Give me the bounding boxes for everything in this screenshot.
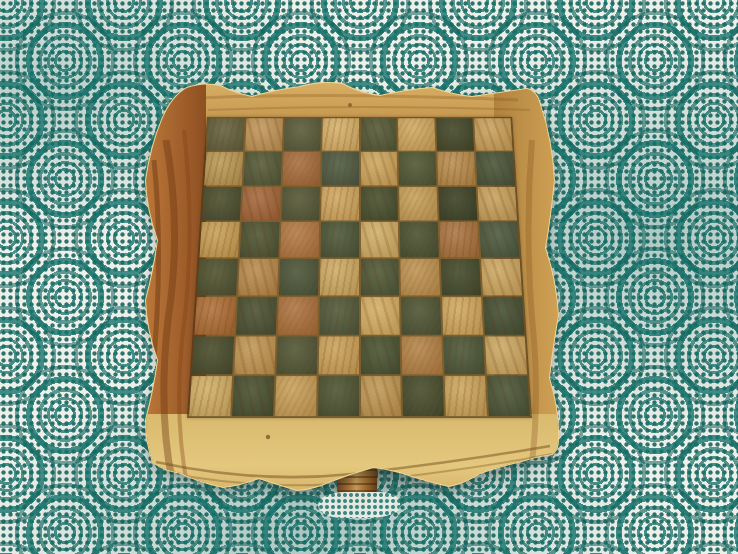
- square-d8[interactable]: [322, 118, 359, 150]
- square-h8[interactable]: [474, 118, 512, 150]
- square-h6[interactable]: [478, 187, 517, 221]
- square-b8[interactable]: [245, 118, 283, 150]
- square-h5[interactable]: [479, 222, 519, 257]
- square-g2[interactable]: [444, 336, 485, 375]
- square-a5[interactable]: [199, 222, 239, 257]
- square-g5[interactable]: [440, 222, 480, 257]
- square-c3[interactable]: [277, 297, 317, 334]
- scene: [0, 0, 738, 554]
- square-c7[interactable]: [282, 152, 320, 185]
- square-f6[interactable]: [399, 187, 437, 221]
- square-f4[interactable]: [401, 259, 441, 295]
- square-a3[interactable]: [194, 297, 235, 334]
- square-b1[interactable]: [232, 376, 274, 416]
- square-d6[interactable]: [321, 187, 359, 221]
- chess-board: [138, 80, 566, 508]
- square-c6[interactable]: [281, 187, 319, 221]
- square-e6[interactable]: [360, 187, 398, 221]
- square-b5[interactable]: [240, 222, 280, 257]
- square-d3[interactable]: [319, 297, 359, 334]
- square-f1[interactable]: [403, 376, 445, 416]
- square-h7[interactable]: [476, 152, 515, 185]
- square-b2[interactable]: [234, 336, 275, 375]
- square-c1[interactable]: [275, 376, 317, 416]
- square-h1[interactable]: [487, 376, 530, 416]
- lace-overlap: [318, 492, 400, 518]
- square-h3[interactable]: [483, 297, 524, 334]
- square-c4[interactable]: [279, 259, 319, 295]
- square-b3[interactable]: [236, 297, 277, 334]
- square-e1[interactable]: [360, 376, 401, 416]
- square-g4[interactable]: [441, 259, 481, 295]
- square-e3[interactable]: [360, 297, 400, 334]
- square-g8[interactable]: [436, 118, 474, 150]
- square-e8[interactable]: [360, 118, 397, 150]
- square-g1[interactable]: [445, 376, 487, 416]
- square-e2[interactable]: [360, 336, 400, 375]
- square-g6[interactable]: [439, 187, 478, 221]
- square-d7[interactable]: [321, 152, 358, 185]
- square-e4[interactable]: [360, 259, 399, 295]
- square-c8[interactable]: [283, 118, 320, 150]
- square-c2[interactable]: [276, 336, 317, 375]
- square-f3[interactable]: [401, 297, 441, 334]
- square-g3[interactable]: [442, 297, 483, 334]
- square-b6[interactable]: [242, 187, 281, 221]
- square-h4[interactable]: [481, 259, 522, 295]
- square-f5[interactable]: [400, 222, 439, 257]
- square-e7[interactable]: [360, 152, 397, 185]
- square-b7[interactable]: [243, 152, 281, 185]
- square-a8[interactable]: [206, 118, 244, 150]
- square-f8[interactable]: [398, 118, 435, 150]
- square-h2[interactable]: [485, 336, 527, 375]
- square-d1[interactable]: [318, 376, 359, 416]
- board-grid: [187, 117, 532, 418]
- square-g7[interactable]: [437, 152, 475, 185]
- square-b4[interactable]: [238, 259, 278, 295]
- square-a1[interactable]: [189, 376, 232, 416]
- square-f7[interactable]: [399, 152, 437, 185]
- square-a4[interactable]: [197, 259, 238, 295]
- square-a2[interactable]: [192, 336, 234, 375]
- square-f2[interactable]: [402, 336, 443, 375]
- square-d5[interactable]: [320, 222, 358, 257]
- square-d4[interactable]: [320, 259, 359, 295]
- square-c5[interactable]: [280, 222, 319, 257]
- square-a6[interactable]: [202, 187, 241, 221]
- square-e5[interactable]: [360, 222, 398, 257]
- square-a7[interactable]: [204, 152, 243, 185]
- square-d2[interactable]: [318, 336, 358, 375]
